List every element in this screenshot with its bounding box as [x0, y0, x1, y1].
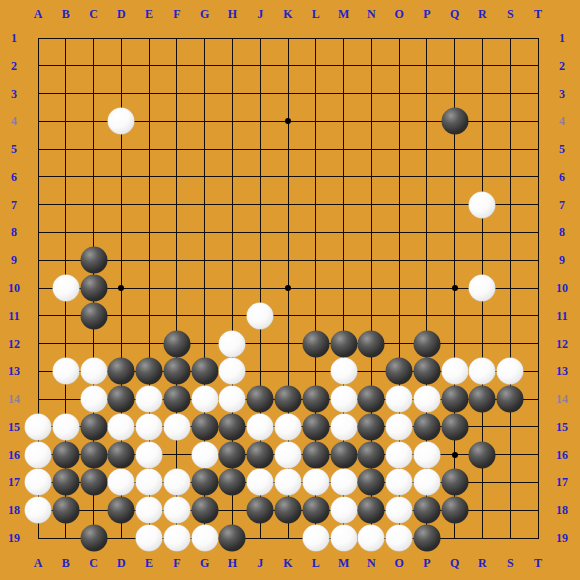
row-label-left: 10 [8, 281, 20, 296]
row-label-right: 1 [559, 31, 565, 46]
stone-black [302, 413, 329, 440]
stone-white [386, 469, 413, 496]
stone-black [330, 441, 357, 468]
col-label-bottom: L [312, 556, 320, 571]
stone-black [80, 469, 107, 496]
row-label-right: 15 [556, 419, 568, 434]
stone-black [469, 441, 496, 468]
row-label-right: 8 [559, 225, 565, 240]
stone-white [330, 358, 357, 385]
row-label-left: 11 [8, 308, 19, 323]
stone-white [219, 358, 246, 385]
stone-white [386, 386, 413, 413]
stone-white [275, 413, 302, 440]
stone-black [358, 413, 385, 440]
stone-white [330, 497, 357, 524]
row-label-left: 14 [8, 392, 20, 407]
stone-black [302, 497, 329, 524]
row-label-right: 6 [559, 169, 565, 184]
stone-white [136, 469, 163, 496]
stone-white [25, 497, 52, 524]
stone-black [219, 525, 246, 552]
stone-black [219, 469, 246, 496]
stone-black [413, 525, 440, 552]
grid-line-vertical [510, 38, 511, 539]
stone-black [80, 275, 107, 302]
col-label-top: H [228, 7, 237, 22]
row-label-right: 18 [556, 503, 568, 518]
stone-black [247, 386, 274, 413]
col-label-bottom: S [507, 556, 514, 571]
stone-black [191, 358, 218, 385]
col-label-top: A [34, 7, 43, 22]
stone-white [163, 469, 190, 496]
hoshi-point [285, 118, 291, 124]
col-label-top: S [507, 7, 514, 22]
col-label-bottom: A [34, 556, 43, 571]
grid-line-horizontal [38, 538, 539, 539]
stone-black [358, 441, 385, 468]
row-label-right: 13 [556, 364, 568, 379]
hoshi-point [118, 285, 124, 291]
stone-white [330, 469, 357, 496]
col-label-top: T [534, 7, 542, 22]
row-label-left: 1 [11, 31, 17, 46]
stone-white [52, 358, 79, 385]
stone-black [302, 386, 329, 413]
row-label-left: 19 [8, 531, 20, 546]
col-label-bottom: F [173, 556, 180, 571]
stone-black [163, 386, 190, 413]
col-label-bottom: K [283, 556, 292, 571]
stone-black [191, 469, 218, 496]
stone-black [413, 330, 440, 357]
stone-black [191, 413, 218, 440]
stone-black [275, 497, 302, 524]
row-label-right: 7 [559, 197, 565, 212]
col-label-top: G [200, 7, 209, 22]
col-label-bottom: M [338, 556, 349, 571]
stone-white [469, 191, 496, 218]
col-label-bottom: G [200, 556, 209, 571]
grid-line-vertical [538, 38, 539, 539]
stone-black [163, 358, 190, 385]
col-label-top: E [145, 7, 153, 22]
stone-black [358, 469, 385, 496]
stone-black [358, 330, 385, 357]
col-label-top: F [173, 7, 180, 22]
col-label-bottom: O [394, 556, 403, 571]
row-label-right: 17 [556, 475, 568, 490]
row-label-left: 2 [11, 58, 17, 73]
stone-black [441, 413, 468, 440]
col-label-top: Q [450, 7, 459, 22]
stone-white [330, 525, 357, 552]
stone-black [247, 441, 274, 468]
grid-line-horizontal [38, 343, 539, 344]
stone-black [247, 497, 274, 524]
col-label-bottom: D [117, 556, 126, 571]
stone-white [191, 525, 218, 552]
stone-white [52, 413, 79, 440]
stone-black [108, 497, 135, 524]
stone-black [108, 358, 135, 385]
row-label-right: 12 [556, 336, 568, 351]
stone-black [330, 330, 357, 357]
stone-black [80, 441, 107, 468]
col-label-bottom: P [423, 556, 430, 571]
stone-white [469, 275, 496, 302]
stone-black [52, 497, 79, 524]
stone-white [441, 358, 468, 385]
row-label-right: 4 [559, 114, 565, 129]
stone-white [108, 469, 135, 496]
stone-black [219, 441, 246, 468]
col-label-top: C [89, 7, 98, 22]
col-label-bottom: J [257, 556, 263, 571]
col-label-top: J [257, 7, 263, 22]
stone-black [441, 386, 468, 413]
col-label-top: D [117, 7, 126, 22]
row-label-left: 5 [11, 142, 17, 157]
row-label-left: 9 [11, 253, 17, 268]
stone-black [108, 386, 135, 413]
stone-white [163, 413, 190, 440]
row-label-right: 14 [556, 392, 568, 407]
stone-white [247, 413, 274, 440]
stone-black [386, 358, 413, 385]
stone-black [413, 413, 440, 440]
stone-white [275, 441, 302, 468]
stone-black [441, 108, 468, 135]
stone-white [108, 413, 135, 440]
col-label-top: B [62, 7, 70, 22]
stone-white [330, 413, 357, 440]
row-label-right: 3 [559, 86, 565, 101]
stone-black [497, 386, 524, 413]
stone-white [25, 441, 52, 468]
stone-black [80, 525, 107, 552]
stone-black [469, 386, 496, 413]
stone-black [219, 413, 246, 440]
col-label-top: O [394, 7, 403, 22]
row-label-right: 16 [556, 447, 568, 462]
row-label-left: 12 [8, 336, 20, 351]
col-label-bottom: H [228, 556, 237, 571]
row-label-left: 7 [11, 197, 17, 212]
row-label-left: 15 [8, 419, 20, 434]
row-label-left: 17 [8, 475, 20, 490]
stone-white [80, 358, 107, 385]
stone-white [469, 358, 496, 385]
stone-white [330, 386, 357, 413]
stone-white [219, 386, 246, 413]
stone-white [136, 386, 163, 413]
stone-white [386, 441, 413, 468]
stone-white [108, 108, 135, 135]
stone-black [302, 330, 329, 357]
stone-white [191, 386, 218, 413]
row-label-left: 16 [8, 447, 20, 462]
stone-black [136, 358, 163, 385]
stone-white [219, 330, 246, 357]
stone-white [25, 413, 52, 440]
stone-white [247, 469, 274, 496]
stone-white [25, 469, 52, 496]
grid-line-horizontal [38, 315, 539, 316]
stone-black [108, 441, 135, 468]
stone-black [80, 413, 107, 440]
stone-white [80, 386, 107, 413]
col-label-top: R [478, 7, 487, 22]
col-label-top: K [283, 7, 292, 22]
stone-white [358, 525, 385, 552]
stone-white [413, 469, 440, 496]
col-label-bottom: T [534, 556, 542, 571]
row-label-left: 13 [8, 364, 20, 379]
col-label-top: N [367, 7, 376, 22]
stone-white [163, 497, 190, 524]
row-label-left: 6 [11, 169, 17, 184]
hoshi-point [452, 452, 458, 458]
stone-white [413, 441, 440, 468]
stone-black [163, 330, 190, 357]
stone-white [136, 497, 163, 524]
stone-black [80, 247, 107, 274]
stone-white [386, 497, 413, 524]
row-label-left: 3 [11, 86, 17, 101]
stone-white [302, 525, 329, 552]
col-label-bottom: R [478, 556, 487, 571]
hoshi-point [452, 285, 458, 291]
stone-white [386, 413, 413, 440]
row-label-right: 9 [559, 253, 565, 268]
stone-white [413, 386, 440, 413]
stone-black [358, 386, 385, 413]
col-label-top: M [338, 7, 349, 22]
col-label-top: P [423, 7, 430, 22]
stone-white [136, 441, 163, 468]
stone-black [413, 358, 440, 385]
stone-white [52, 275, 79, 302]
col-label-bottom: B [62, 556, 70, 571]
col-label-bottom: E [145, 556, 153, 571]
stone-black [441, 497, 468, 524]
stone-black [52, 469, 79, 496]
stone-white [163, 525, 190, 552]
row-label-right: 10 [556, 281, 568, 296]
row-label-right: 5 [559, 142, 565, 157]
stone-black [358, 497, 385, 524]
stone-black [413, 497, 440, 524]
go-board[interactable]: AABBCCDDEEFFGGHHJJKKLLMMNNOOPPQQRRSSTT11… [0, 0, 580, 580]
row-label-right: 2 [559, 58, 565, 73]
stone-white [497, 358, 524, 385]
stone-black [52, 441, 79, 468]
stone-white [386, 525, 413, 552]
col-label-bottom: C [89, 556, 98, 571]
stone-black [302, 441, 329, 468]
stone-white [136, 413, 163, 440]
row-label-right: 19 [556, 531, 568, 546]
stone-white [302, 469, 329, 496]
row-label-left: 8 [11, 225, 17, 240]
row-label-left: 18 [8, 503, 20, 518]
hoshi-point [285, 285, 291, 291]
col-label-top: L [312, 7, 320, 22]
stone-white [247, 302, 274, 329]
stone-black [80, 302, 107, 329]
stone-black [191, 497, 218, 524]
col-label-bottom: Q [450, 556, 459, 571]
stone-black [275, 386, 302, 413]
stone-white [136, 525, 163, 552]
col-label-bottom: N [367, 556, 376, 571]
row-label-left: 4 [11, 114, 17, 129]
stone-black [441, 469, 468, 496]
row-label-right: 11 [556, 308, 567, 323]
stone-white [191, 441, 218, 468]
stone-white [275, 469, 302, 496]
